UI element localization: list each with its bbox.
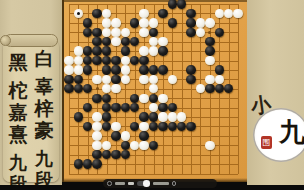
white-stone bbox=[121, 65, 130, 74]
black-stone bbox=[130, 94, 139, 103]
black-stone bbox=[111, 131, 120, 140]
white-stone bbox=[102, 75, 111, 84]
black-stone bbox=[92, 56, 101, 65]
black-stone bbox=[215, 84, 224, 93]
black-stone bbox=[186, 18, 195, 27]
black-stone bbox=[215, 28, 224, 37]
black-stone bbox=[102, 65, 111, 74]
white-side-label: 白 bbox=[35, 48, 54, 70]
black-stone bbox=[111, 56, 120, 65]
control-label-left bbox=[115, 182, 125, 185]
black-stone bbox=[130, 56, 139, 65]
black-stone bbox=[102, 150, 111, 159]
black-stone bbox=[168, 122, 177, 131]
black-stone bbox=[83, 103, 92, 112]
black-stone bbox=[111, 65, 120, 74]
white-stone bbox=[111, 122, 120, 131]
black-stone bbox=[139, 112, 148, 121]
control-right-icon[interactable] bbox=[172, 181, 177, 186]
black-stone bbox=[74, 84, 83, 93]
white-stone bbox=[64, 65, 73, 74]
white-stone bbox=[111, 28, 120, 37]
white-stone bbox=[111, 84, 120, 93]
black-stone bbox=[74, 75, 83, 84]
black-stone bbox=[158, 122, 167, 131]
white-stone bbox=[196, 28, 205, 37]
black-stone bbox=[205, 46, 214, 55]
white-stone bbox=[149, 75, 158, 84]
white-stone bbox=[92, 112, 101, 121]
white-stone bbox=[205, 56, 214, 65]
black-stone bbox=[186, 75, 195, 84]
black-stone bbox=[102, 112, 111, 121]
white-stone bbox=[196, 18, 205, 27]
black-stone bbox=[92, 46, 101, 55]
white-stone bbox=[102, 9, 111, 18]
black-stone bbox=[149, 122, 158, 131]
black-stone bbox=[102, 94, 111, 103]
logo-main-character: 九 bbox=[279, 120, 304, 146]
black-stone bbox=[121, 103, 130, 112]
white-stone bbox=[121, 56, 130, 65]
white-stone bbox=[139, 9, 148, 18]
white-stone bbox=[215, 75, 224, 84]
black-stone bbox=[149, 141, 158, 150]
white-stone bbox=[215, 9, 224, 18]
white-stone bbox=[111, 18, 120, 27]
grid-line bbox=[172, 4, 173, 174]
white-stone bbox=[121, 75, 130, 84]
control-speed-label bbox=[128, 182, 134, 185]
white-stone bbox=[64, 56, 73, 65]
black-stone bbox=[102, 46, 111, 55]
white-stone bbox=[74, 56, 83, 65]
white-stone bbox=[92, 141, 101, 150]
black-stone bbox=[130, 37, 139, 46]
black-stone bbox=[102, 103, 111, 112]
black-stone bbox=[168, 103, 177, 112]
black-stone bbox=[158, 9, 167, 18]
white-stone bbox=[158, 94, 167, 103]
white-stone bbox=[102, 84, 111, 93]
logo-red-seal: 围 bbox=[261, 136, 272, 149]
black-stone bbox=[83, 122, 92, 131]
black-stone bbox=[168, 0, 177, 9]
white-stone bbox=[74, 65, 83, 74]
black-stone bbox=[158, 65, 167, 74]
black-stone bbox=[130, 103, 139, 112]
black-stone bbox=[102, 37, 111, 46]
white-stone bbox=[177, 112, 186, 121]
grid-line bbox=[182, 4, 183, 174]
grid-line bbox=[69, 174, 238, 175]
white-player-column: 白 辜梓豪 九段 bbox=[33, 48, 55, 190]
black-stone bbox=[149, 94, 158, 103]
white-stone bbox=[121, 28, 130, 37]
black-stone bbox=[74, 112, 83, 121]
white-stone bbox=[149, 46, 158, 55]
black-stone bbox=[83, 84, 92, 93]
grid-line bbox=[238, 4, 239, 174]
white-stone bbox=[233, 9, 242, 18]
white-stone bbox=[149, 103, 158, 112]
star-point bbox=[96, 87, 99, 90]
white-stone bbox=[92, 122, 101, 131]
black-side-label: 黑 bbox=[9, 52, 28, 74]
black-stone bbox=[139, 56, 148, 65]
black-stone bbox=[83, 28, 92, 37]
white-stone bbox=[139, 122, 148, 131]
white-stone bbox=[111, 37, 120, 46]
black-stone bbox=[92, 150, 101, 159]
grid-line bbox=[163, 4, 164, 174]
black-stone bbox=[177, 0, 186, 9]
logo-panel: 小 九 围 bbox=[247, 0, 304, 186]
black-stone bbox=[186, 122, 195, 131]
white-stone bbox=[130, 141, 139, 150]
black-stone bbox=[186, 28, 195, 37]
black-stone bbox=[130, 122, 139, 131]
black-stone bbox=[168, 18, 177, 27]
logo-circle: 九 围 bbox=[253, 108, 304, 162]
black-stone bbox=[83, 56, 92, 65]
black-stone bbox=[130, 18, 139, 27]
white-stone bbox=[224, 9, 233, 18]
white-stone bbox=[139, 18, 148, 27]
black-stone bbox=[215, 65, 224, 74]
black-stone bbox=[102, 122, 111, 131]
black-stone bbox=[186, 9, 195, 18]
danmaku-toggle[interactable] bbox=[137, 181, 150, 187]
scroll-rod-cap bbox=[4, 34, 58, 47]
black-stone bbox=[158, 103, 167, 112]
black-stone bbox=[186, 65, 195, 74]
black-stone bbox=[92, 94, 101, 103]
white-stone bbox=[102, 141, 111, 150]
black-stone bbox=[177, 122, 186, 131]
white-stone bbox=[158, 112, 167, 121]
white-stone bbox=[102, 18, 111, 27]
black-stone bbox=[102, 56, 111, 65]
white-player-rank: 九段 bbox=[35, 149, 53, 190]
white-stone bbox=[139, 28, 148, 37]
black-stone bbox=[149, 28, 158, 37]
white-stone bbox=[139, 141, 148, 150]
white-stone bbox=[139, 75, 148, 84]
white-stone bbox=[168, 112, 177, 121]
white-stone bbox=[158, 37, 167, 46]
white-stone bbox=[92, 75, 101, 84]
scroll-rod-knob bbox=[0, 35, 11, 46]
control-label-right bbox=[153, 182, 169, 185]
black-stone bbox=[121, 141, 130, 150]
black-stone bbox=[64, 75, 73, 84]
black-stone bbox=[224, 84, 233, 93]
toggle-knob[interactable] bbox=[143, 180, 150, 187]
black-player-column: 黑 柁嘉熹 九段 bbox=[7, 52, 29, 190]
black-stone bbox=[205, 37, 214, 46]
black-stone bbox=[83, 159, 92, 168]
black-stone bbox=[149, 65, 158, 74]
black-stone bbox=[139, 65, 148, 74]
last-move-marker bbox=[77, 12, 80, 15]
black-stone bbox=[158, 46, 167, 55]
white-stone bbox=[92, 131, 101, 140]
white-stone bbox=[139, 94, 148, 103]
black-stone bbox=[92, 159, 101, 168]
player-control-bar[interactable] bbox=[103, 179, 217, 188]
white-stone bbox=[205, 75, 214, 84]
player-info-panel: 白 辜梓豪 九段 黑 柁嘉熹 九段 bbox=[0, 0, 62, 186]
white-stone bbox=[74, 9, 83, 18]
white-stone bbox=[74, 46, 83, 55]
white-stone bbox=[205, 141, 214, 150]
black-stone bbox=[149, 112, 158, 121]
black-player-name: 柁嘉熹 bbox=[9, 80, 28, 146]
black-stone bbox=[83, 18, 92, 27]
black-stone bbox=[92, 9, 101, 18]
control-left-icon[interactable] bbox=[107, 181, 112, 186]
black-stone bbox=[139, 131, 148, 140]
white-stone bbox=[102, 28, 111, 37]
star-point bbox=[208, 31, 211, 34]
black-stone bbox=[121, 150, 130, 159]
black-stone bbox=[92, 28, 101, 37]
black-stone bbox=[111, 75, 120, 84]
go-board bbox=[62, 0, 249, 182]
black-stone bbox=[64, 84, 73, 93]
white-stone bbox=[149, 18, 158, 27]
black-stone bbox=[74, 159, 83, 168]
white-stone bbox=[121, 131, 130, 140]
black-stone bbox=[83, 65, 92, 74]
black-stone bbox=[205, 84, 214, 93]
black-stone bbox=[121, 46, 130, 55]
white-player-name: 辜梓豪 bbox=[35, 76, 54, 142]
video-frame: 白 辜梓豪 九段 黑 柁嘉熹 九段 小 九 围 bbox=[0, 0, 304, 190]
white-stone bbox=[149, 37, 158, 46]
black-stone bbox=[111, 150, 120, 159]
black-stone bbox=[121, 37, 130, 46]
white-stone bbox=[168, 75, 177, 84]
white-stone bbox=[139, 46, 148, 55]
black-stone bbox=[92, 37, 101, 46]
white-stone bbox=[205, 18, 214, 27]
white-stone bbox=[196, 84, 205, 93]
white-stone bbox=[149, 84, 158, 93]
black-stone bbox=[111, 103, 120, 112]
black-stone bbox=[83, 46, 92, 55]
